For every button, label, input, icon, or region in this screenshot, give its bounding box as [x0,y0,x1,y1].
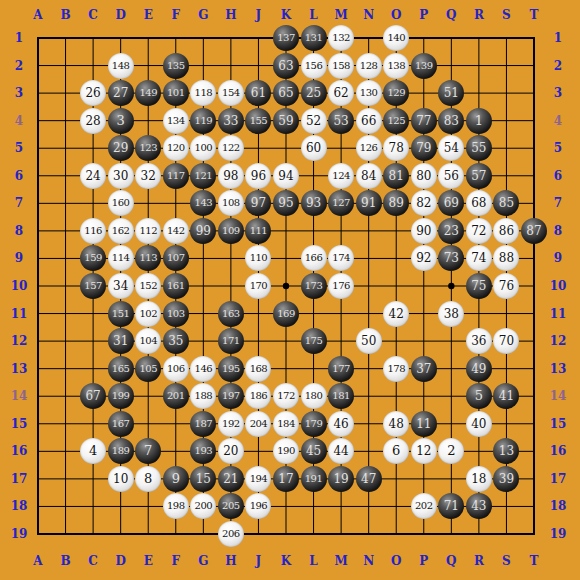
stone-white-M15: 46 [328,411,354,437]
row-label-right-3: 3 [554,86,562,100]
col-label-top-O: O [391,8,401,22]
row-label-left-5: 5 [15,141,23,155]
stone-white-O13: 178 [383,356,409,382]
stone-white-G13: 146 [190,356,216,382]
stone-white-O11: 42 [383,301,409,327]
row-label-left-7: 7 [15,196,23,210]
row-label-left-8: 8 [15,224,23,238]
stone-black-D16: 189 [108,438,134,464]
row-label-left-14: 14 [11,389,28,403]
stone-black-H8: 109 [218,218,244,244]
stone-white-R15: 40 [466,411,492,437]
stone-white-P6: 80 [411,163,437,189]
stone-black-H11: 163 [218,301,244,327]
stone-white-O2: 138 [383,53,409,79]
stone-black-D3: 27 [108,80,134,106]
stone-black-G4: 119 [190,108,216,134]
stone-black-P5: 79 [411,135,437,161]
stone-white-N2: 128 [356,53,382,79]
stone-white-M10: 176 [328,273,354,299]
stone-white-P7: 82 [411,190,437,216]
stone-white-O15: 48 [383,411,409,437]
row-label-right-4: 4 [554,114,562,128]
col-label-bottom-H: H [225,554,236,568]
stone-black-R13: 49 [466,356,492,382]
stone-black-K17: 17 [273,466,299,492]
row-label-left-11: 11 [11,307,28,321]
star-point-K10 [283,283,289,289]
stone-black-R14: 5 [466,383,492,409]
stone-black-H12: 171 [218,328,244,354]
col-label-top-H: H [225,8,236,22]
stone-white-C8: 116 [80,218,106,244]
stone-white-L4: 52 [301,108,327,134]
stone-black-T8: 87 [521,218,547,244]
stone-white-M2: 158 [328,53,354,79]
stone-black-K11: 169 [273,301,299,327]
stone-black-P13: 37 [411,356,437,382]
row-label-right-1: 1 [554,31,562,45]
stone-black-P15: 11 [411,411,437,437]
row-label-right-10: 10 [550,279,567,293]
col-label-top-G: G [198,8,208,22]
stone-white-F5: 120 [163,135,189,161]
row-label-right-5: 5 [554,141,562,155]
stone-white-N4: 66 [356,108,382,134]
stone-black-G15: 187 [190,411,216,437]
stone-black-D14: 199 [108,383,134,409]
stone-black-H4: 33 [218,108,244,134]
col-label-bottom-A: A [33,554,42,568]
col-label-top-N: N [363,8,374,22]
row-label-right-15: 15 [550,417,567,431]
stone-white-F4: 134 [163,108,189,134]
stone-black-P4: 77 [411,108,437,134]
stone-black-R4: 1 [466,108,492,134]
col-label-top-S: S [502,8,511,22]
stone-white-E11: 102 [135,301,161,327]
stone-black-M4: 53 [328,108,354,134]
stone-black-R5: 55 [466,135,492,161]
col-label-top-F: F [172,8,181,22]
col-label-top-Q: Q [446,8,456,22]
row-label-right-17: 17 [550,472,567,486]
row-label-left-18: 18 [11,499,28,513]
stone-black-N17: 47 [356,466,382,492]
row-label-left-12: 12 [11,334,28,348]
stone-black-K4: 59 [273,108,299,134]
stone-black-F3: 101 [163,80,189,106]
row-label-left-17: 17 [11,472,28,486]
stone-white-Q6: 56 [438,163,464,189]
row-label-left-19: 19 [11,527,28,541]
stone-black-L12: 175 [301,328,327,354]
stone-black-H17: 21 [218,466,244,492]
col-label-bottom-R: R [474,554,484,568]
stone-black-R6: 57 [466,163,492,189]
col-label-bottom-L: L [309,554,317,568]
stone-white-D9: 114 [108,245,134,271]
go-diagram-screen: AABBCCDDEEFFGGHHJJKKLLMMNNOOPPQQRRSSTT11… [0,0,580,580]
stone-white-C6: 24 [80,163,106,189]
stone-black-D11: 151 [108,301,134,327]
stone-black-D4: 3 [108,108,134,134]
row-label-right-9: 9 [554,251,562,265]
row-label-left-13: 13 [11,362,28,376]
col-label-top-L: L [309,8,317,22]
stone-black-E13: 105 [135,356,161,382]
stone-black-R10: 75 [466,273,492,299]
col-label-top-P: P [419,8,428,22]
stone-white-H19: 206 [218,521,244,547]
col-label-bottom-F: F [172,554,181,568]
stone-white-N6: 84 [356,163,382,189]
row-label-left-9: 9 [15,251,23,265]
stone-white-J13: 168 [245,356,271,382]
stone-black-K3: 65 [273,80,299,106]
stone-white-D8: 162 [108,218,134,244]
col-label-top-K: K [281,8,291,22]
row-label-left-1: 1 [15,31,23,45]
stone-white-D10: 34 [108,273,134,299]
stone-white-E6: 32 [135,163,161,189]
col-label-bottom-S: S [502,554,511,568]
stone-black-K1: 137 [273,25,299,51]
row-label-right-16: 16 [550,444,567,458]
col-label-top-M: M [334,8,347,22]
col-label-bottom-D: D [115,554,125,568]
stone-white-D2: 148 [108,53,134,79]
stone-white-R8: 72 [466,218,492,244]
stone-black-F2: 135 [163,53,189,79]
row-label-right-8: 8 [554,224,562,238]
row-label-right-13: 13 [550,362,567,376]
stone-black-M13: 177 [328,356,354,382]
stone-white-E17: 8 [135,466,161,492]
stone-white-P16: 12 [411,438,437,464]
star-point-Q10 [448,283,454,289]
stone-black-L15: 179 [301,411,327,437]
stone-black-F12: 35 [163,328,189,354]
stone-black-N7: 91 [356,190,382,216]
col-label-bottom-G: G [198,554,208,568]
stone-white-D6: 30 [108,163,134,189]
stone-white-C4: 28 [80,108,106,134]
col-label-bottom-O: O [391,554,401,568]
stone-black-M17: 19 [328,466,354,492]
row-label-left-10: 10 [11,279,28,293]
stone-black-C10: 157 [80,273,106,299]
col-label-bottom-J: J [256,554,262,568]
stone-white-N3: 130 [356,80,382,106]
stone-white-L9: 166 [301,245,327,271]
stone-black-D15: 167 [108,411,134,437]
stone-black-J4: 155 [245,108,271,134]
stone-black-L1: 131 [301,25,327,51]
col-label-top-C: C [88,8,98,22]
col-label-bottom-T: T [530,554,539,568]
stone-black-F6: 117 [163,163,189,189]
stone-white-H3: 154 [218,80,244,106]
row-label-right-11: 11 [550,307,567,321]
row-label-right-12: 12 [550,334,567,348]
stone-white-M1: 132 [328,25,354,51]
stone-black-F11: 103 [163,301,189,327]
stone-black-L10: 173 [301,273,327,299]
stone-white-H6: 98 [218,163,244,189]
stone-white-F13: 106 [163,356,189,382]
stone-black-Q4: 83 [438,108,464,134]
row-label-right-2: 2 [554,59,562,73]
stone-black-L17: 191 [301,466,327,492]
stone-black-L7: 93 [301,190,327,216]
stone-white-K6: 94 [273,163,299,189]
stone-black-O4: 125 [383,108,409,134]
stone-white-L5: 60 [301,135,327,161]
stone-white-H15: 192 [218,411,244,437]
stone-white-N5: 126 [356,135,382,161]
row-label-left-16: 16 [11,444,28,458]
row-label-left-3: 3 [15,86,23,100]
col-label-top-D: D [115,8,125,22]
col-label-bottom-Q: Q [446,554,456,568]
col-label-top-J: J [256,8,262,22]
row-label-right-7: 7 [554,196,562,210]
row-label-left-4: 4 [15,114,23,128]
stone-white-P8: 90 [411,218,437,244]
stone-black-P2: 139 [411,53,437,79]
col-label-top-R: R [474,8,484,22]
stone-white-K15: 184 [273,411,299,437]
col-label-bottom-K: K [281,554,291,568]
stone-white-D17: 10 [108,466,134,492]
stone-white-R12: 36 [466,328,492,354]
stone-white-E8: 112 [135,218,161,244]
stone-white-H5: 122 [218,135,244,161]
col-label-bottom-P: P [419,554,428,568]
col-label-top-T: T [530,8,539,22]
stone-white-D7: 160 [108,190,134,216]
stone-black-D13: 165 [108,356,134,382]
stone-white-R17: 18 [466,466,492,492]
stone-black-L16: 45 [301,438,327,464]
stone-black-F14: 201 [163,383,189,409]
stone-black-F10: 161 [163,273,189,299]
stone-white-Q11: 38 [438,301,464,327]
col-label-bottom-B: B [60,554,70,568]
stone-white-N12: 50 [356,328,382,354]
row-label-right-6: 6 [554,169,562,183]
stone-black-F17: 9 [163,466,189,492]
col-label-bottom-C: C [88,554,98,568]
stone-white-M6: 124 [328,163,354,189]
stone-black-G6: 121 [190,163,216,189]
stone-white-F8: 142 [163,218,189,244]
col-label-bottom-E: E [144,554,153,568]
stone-black-L3: 25 [301,80,327,106]
stone-black-O6: 81 [383,163,409,189]
col-label-bottom-N: N [363,554,374,568]
stone-black-K2: 63 [273,53,299,79]
stone-black-D5: 29 [108,135,134,161]
stone-white-L14: 180 [301,383,327,409]
col-label-top-A: A [33,8,42,22]
col-label-top-B: B [60,8,70,22]
col-label-bottom-M: M [334,554,347,568]
row-label-right-14: 14 [550,389,567,403]
row-label-right-19: 19 [550,527,567,541]
row-label-right-18: 18 [550,499,567,513]
stone-black-H13: 195 [218,356,244,382]
row-label-left-2: 2 [15,59,23,73]
col-label-top-E: E [144,8,153,22]
stone-black-H14: 197 [218,383,244,409]
row-label-left-6: 6 [15,169,23,183]
stone-white-L2: 156 [301,53,327,79]
stone-black-D12: 31 [108,328,134,354]
row-label-left-15: 15 [11,417,28,431]
